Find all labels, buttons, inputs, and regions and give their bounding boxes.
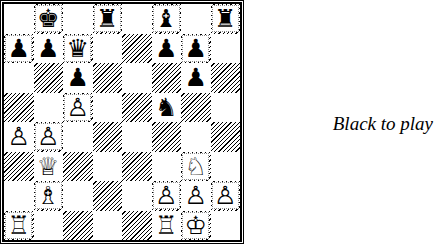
square-h2[interactable]: ♙ <box>211 181 241 211</box>
square-a1[interactable]: ♖ <box>4 211 34 241</box>
square-c8[interactable] <box>63 4 93 34</box>
white-knight-g3: ♘ <box>182 153 209 180</box>
square-g6[interactable]: ♟ <box>181 63 211 93</box>
white-bishop-b2: ♗ <box>35 182 62 209</box>
square-a8[interactable] <box>4 4 34 34</box>
square-f2[interactable]: ♙ <box>152 181 182 211</box>
square-b8[interactable]: ♚ <box>34 4 64 34</box>
square-a3[interactable] <box>4 152 34 182</box>
black-rook-h8: ♜ <box>212 5 239 32</box>
square-b3[interactable]: ♕ <box>34 152 64 182</box>
square-g8[interactable] <box>181 4 211 34</box>
square-c2[interactable] <box>63 181 93 211</box>
square-h3[interactable] <box>211 152 241 182</box>
square-g2[interactable]: ♙ <box>181 181 211 211</box>
white-pawn-b4: ♙ <box>35 123 62 150</box>
white-pawn-c5: ♙ <box>64 94 91 121</box>
square-b4[interactable]: ♙ <box>34 122 64 152</box>
white-pawn-g2: ♙ <box>182 182 209 209</box>
square-d2[interactable] <box>93 181 123 211</box>
square-b6[interactable] <box>34 63 64 93</box>
square-f5[interactable]: ♞ <box>152 93 182 123</box>
square-b2[interactable]: ♗ <box>34 181 64 211</box>
black-pawn-g7: ♟ <box>182 35 209 62</box>
square-c4[interactable] <box>63 122 93 152</box>
white-queen-b3: ♕ <box>35 153 62 180</box>
square-c1[interactable] <box>63 211 93 241</box>
square-c5[interactable]: ♙ <box>63 93 93 123</box>
square-a2[interactable] <box>4 181 34 211</box>
square-a5[interactable] <box>4 93 34 123</box>
white-pawn-a4: ♙ <box>5 123 32 150</box>
square-a7[interactable]: ♟ <box>4 34 34 64</box>
white-king-g1: ♔ <box>182 212 209 239</box>
square-e5[interactable] <box>122 93 152 123</box>
square-e8[interactable] <box>122 4 152 34</box>
chess-board: ♚♜♝♜♟♟♛♟♟♟♟♙♞♙♙♕♘♗♙♙♙♖♖♔ <box>4 4 240 240</box>
diagram-page: ♚♜♝♜♟♟♛♟♟♟♟♙♞♙♙♕♘♗♙♙♙♖♖♔ Black to play <box>0 0 436 248</box>
square-e4[interactable] <box>122 122 152 152</box>
square-e6[interactable] <box>122 63 152 93</box>
square-d8[interactable]: ♜ <box>93 4 123 34</box>
white-rook-a1: ♖ <box>5 212 32 239</box>
square-b5[interactable] <box>34 93 64 123</box>
square-f4[interactable] <box>152 122 182 152</box>
square-g4[interactable] <box>181 122 211 152</box>
square-h1[interactable] <box>211 211 241 241</box>
black-king-b8: ♚ <box>35 5 62 32</box>
square-h4[interactable] <box>211 122 241 152</box>
black-pawn-f7: ♟ <box>153 35 180 62</box>
square-c7[interactable]: ♛ <box>63 34 93 64</box>
square-g5[interactable] <box>181 93 211 123</box>
square-a4[interactable]: ♙ <box>4 122 34 152</box>
square-b7[interactable]: ♟ <box>34 34 64 64</box>
black-pawn-g6: ♟ <box>182 64 209 91</box>
board-frame-inner: ♚♜♝♜♟♟♛♟♟♟♟♙♞♙♙♕♘♗♙♙♙♖♖♔ <box>2 2 242 242</box>
square-h8[interactable]: ♜ <box>211 4 241 34</box>
square-d6[interactable] <box>93 63 123 93</box>
square-g3[interactable]: ♘ <box>181 152 211 182</box>
black-pawn-a7: ♟ <box>5 35 32 62</box>
square-d5[interactable] <box>93 93 123 123</box>
square-b1[interactable] <box>34 211 64 241</box>
white-rook-f1: ♖ <box>153 212 180 239</box>
caption-area: Black to play <box>244 0 436 248</box>
board-frame: ♚♜♝♜♟♟♛♟♟♟♟♙♞♙♙♕♘♗♙♙♙♖♖♔ <box>0 0 244 244</box>
square-f8[interactable]: ♝ <box>152 4 182 34</box>
square-g1[interactable]: ♔ <box>181 211 211 241</box>
black-queen-c7: ♛ <box>64 35 91 62</box>
square-c3[interactable] <box>63 152 93 182</box>
square-e3[interactable] <box>122 152 152 182</box>
square-d7[interactable] <box>93 34 123 64</box>
square-h5[interactable] <box>211 93 241 123</box>
square-a6[interactable] <box>4 63 34 93</box>
square-c6[interactable]: ♟ <box>63 63 93 93</box>
black-pawn-c6: ♟ <box>64 64 91 91</box>
black-pawn-b7: ♟ <box>35 35 62 62</box>
square-g7[interactable]: ♟ <box>181 34 211 64</box>
square-d1[interactable] <box>93 211 123 241</box>
square-e7[interactable] <box>122 34 152 64</box>
square-f6[interactable] <box>152 63 182 93</box>
side-to-move-caption: Black to play <box>333 113 433 135</box>
white-pawn-h2: ♙ <box>212 182 239 209</box>
square-f3[interactable] <box>152 152 182 182</box>
square-f1[interactable]: ♖ <box>152 211 182 241</box>
square-e2[interactable] <box>122 181 152 211</box>
square-h7[interactable] <box>211 34 241 64</box>
square-d4[interactable] <box>93 122 123 152</box>
black-bishop-f8: ♝ <box>153 5 180 32</box>
white-pawn-f2: ♙ <box>153 182 180 209</box>
black-knight-f5: ♞ <box>153 94 180 121</box>
square-e1[interactable] <box>122 211 152 241</box>
square-f7[interactable]: ♟ <box>152 34 182 64</box>
black-rook-d8: ♜ <box>94 5 121 32</box>
square-h6[interactable] <box>211 63 241 93</box>
square-d3[interactable] <box>93 152 123 182</box>
